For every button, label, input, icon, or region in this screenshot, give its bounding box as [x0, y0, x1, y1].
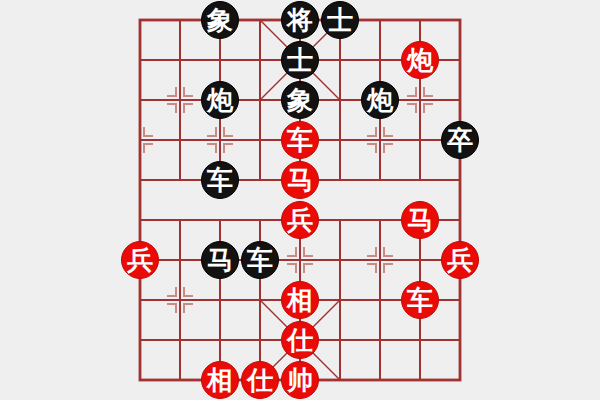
piece-red-horse[interactable]: 马: [281, 161, 319, 199]
piece-red-elephant[interactable]: 相: [201, 361, 239, 399]
piece-black-elephant[interactable]: 象: [281, 81, 319, 119]
piece-black-advisor[interactable]: 士: [281, 41, 319, 79]
piece-red-advisor[interactable]: 仕: [241, 361, 279, 399]
piece-red-elephant[interactable]: 相: [281, 281, 319, 319]
piece-red-soldier[interactable]: 兵: [281, 201, 319, 239]
piece-red-soldier[interactable]: 兵: [441, 241, 479, 279]
piece-black-soldier[interactable]: 卒: [441, 121, 479, 159]
piece-black-cannon[interactable]: 炮: [361, 81, 399, 119]
piece-red-cannon[interactable]: 炮: [401, 41, 439, 79]
piece-black-chariot[interactable]: 车: [201, 161, 239, 199]
piece-red-advisor[interactable]: 仕: [281, 321, 319, 359]
xiangqi-board[interactable]: 象将士士炮象炮卒车马车炮车马兵马兵兵相车仕相仕帅: [0, 0, 600, 400]
piece-red-general[interactable]: 帅: [281, 361, 319, 399]
piece-black-horse[interactable]: 马: [201, 241, 239, 279]
piece-black-chariot[interactable]: 车: [241, 241, 279, 279]
piece-red-soldier[interactable]: 兵: [121, 241, 159, 279]
piece-red-chariot[interactable]: 车: [401, 281, 439, 319]
piece-black-general[interactable]: 将: [281, 1, 319, 39]
piece-red-chariot[interactable]: 车: [281, 121, 319, 159]
piece-red-horse[interactable]: 马: [401, 201, 439, 239]
piece-black-cannon[interactable]: 炮: [201, 81, 239, 119]
piece-black-advisor[interactable]: 士: [321, 1, 359, 39]
piece-black-elephant[interactable]: 象: [201, 1, 239, 39]
